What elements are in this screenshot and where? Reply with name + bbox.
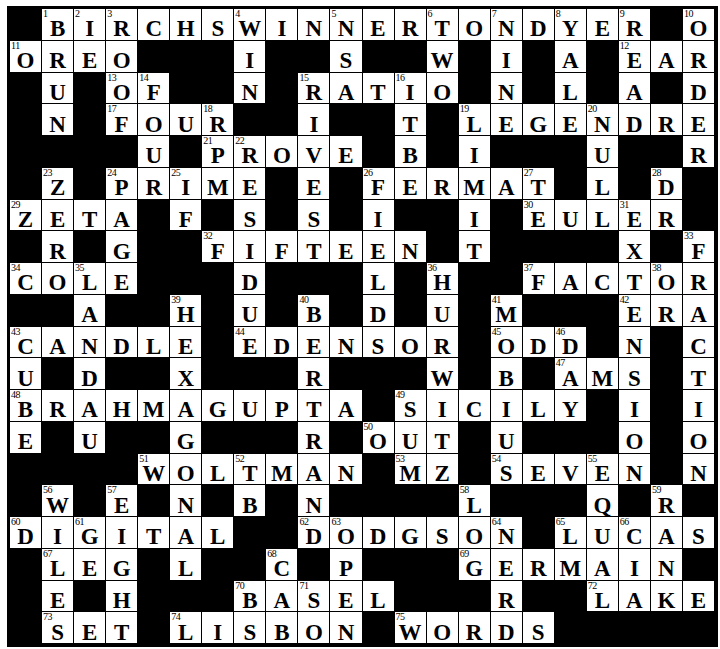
cell-r11c4[interactable]: D bbox=[106, 327, 138, 359]
cell-r7c19[interactable]: L bbox=[587, 200, 619, 232]
cell-r9c20[interactable]: T bbox=[619, 263, 651, 295]
cell-r17c5[interactable]: T bbox=[138, 517, 170, 549]
cell-r12c19[interactable]: M bbox=[587, 358, 619, 390]
cell-r18c18[interactable]: M bbox=[555, 549, 587, 581]
cell-r6c6[interactable]: 25I bbox=[170, 168, 202, 200]
cell-r6c16[interactable]: A bbox=[491, 168, 523, 200]
cell-r6c2[interactable]: 23Z bbox=[42, 168, 74, 200]
cell-r18c16[interactable]: E bbox=[491, 549, 523, 581]
cell-r5c11[interactable]: E bbox=[330, 136, 362, 168]
cell-r9c2[interactable]: O bbox=[42, 263, 74, 295]
cell-r19c8[interactable]: 70B bbox=[234, 581, 266, 613]
cell-r16c6[interactable]: N bbox=[170, 485, 202, 517]
cell-r18c20[interactable]: I bbox=[619, 549, 651, 581]
cell-r15c22[interactable]: N bbox=[683, 454, 715, 486]
cell-r11c13[interactable]: O bbox=[395, 327, 427, 359]
cell-r13c20[interactable]: I bbox=[619, 390, 651, 422]
cell-r15c10[interactable]: A bbox=[298, 454, 330, 486]
cell-r13c4[interactable]: H bbox=[106, 390, 138, 422]
cell-r18c19[interactable]: A bbox=[587, 549, 619, 581]
cell-r11c16[interactable]: 45O bbox=[491, 327, 523, 359]
cell-r2c16[interactable]: I bbox=[491, 41, 523, 73]
cell-r17c13[interactable]: G bbox=[395, 517, 427, 549]
cell-r10c21[interactable]: R bbox=[651, 295, 683, 327]
cell-r10c6[interactable]: 39H bbox=[170, 295, 202, 327]
cell-r4c10[interactable]: I bbox=[298, 104, 330, 136]
cell-r16c21[interactable]: 59R bbox=[651, 485, 683, 517]
cell-letter: C bbox=[683, 334, 714, 359]
cell-letter: E bbox=[298, 334, 329, 359]
cell-r20c4[interactable]: T bbox=[106, 612, 138, 644]
cell-r1c20[interactable]: 9R bbox=[619, 9, 651, 41]
cell-letter: A bbox=[74, 397, 105, 422]
cell-r6c17[interactable]: 27T bbox=[523, 168, 555, 200]
cell-r1c17[interactable]: D bbox=[523, 9, 555, 41]
cell-r20c9[interactable]: B bbox=[266, 612, 298, 644]
block-cell-r20c12 bbox=[363, 612, 395, 644]
cell-r3c4[interactable]: 13O bbox=[106, 73, 138, 105]
cell-letter: S bbox=[330, 48, 361, 73]
cell-r7c12[interactable]: I bbox=[363, 200, 395, 232]
cell-r14c22[interactable]: O bbox=[683, 422, 715, 454]
cell-r12c18[interactable]: 47A bbox=[555, 358, 587, 390]
cell-r2c14[interactable]: W bbox=[427, 41, 459, 73]
cell-r3c16[interactable]: N bbox=[491, 73, 523, 105]
cell-r4c21[interactable]: R bbox=[651, 104, 683, 136]
cell-r7c2[interactable]: E bbox=[42, 200, 74, 232]
cell-r5c19[interactable]: U bbox=[587, 136, 619, 168]
cell-letter: L bbox=[170, 556, 201, 581]
cell-r13c9[interactable]: P bbox=[266, 390, 298, 422]
cell-r10c14[interactable]: U bbox=[427, 295, 459, 327]
cell-r8c10[interactable]: T bbox=[298, 231, 330, 263]
cell-r12c14[interactable]: W bbox=[427, 358, 459, 390]
cell-r7c8[interactable]: S bbox=[234, 200, 266, 232]
cell-r13c10[interactable]: T bbox=[298, 390, 330, 422]
cell-r12c20[interactable]: S bbox=[619, 358, 651, 390]
cell-r6c19[interactable]: L bbox=[587, 168, 619, 200]
cell-letter: T bbox=[363, 80, 394, 105]
cell-r18c2[interactable]: 67L bbox=[42, 549, 74, 581]
cell-letter: D bbox=[619, 112, 650, 137]
cell-r1c10[interactable]: N bbox=[298, 9, 330, 41]
cell-r17c2[interactable]: I bbox=[42, 517, 74, 549]
cell-r9c12[interactable]: L bbox=[363, 263, 395, 295]
cell-r3c20[interactable]: A bbox=[619, 73, 651, 105]
cell-r4c2[interactable]: N bbox=[42, 104, 74, 136]
cell-r12c6[interactable]: X bbox=[170, 358, 202, 390]
cell-r8c15[interactable]: T bbox=[459, 231, 491, 263]
cell-r17c21[interactable]: A bbox=[651, 517, 683, 549]
cell-r1c5[interactable]: C bbox=[138, 9, 170, 41]
cell-r19c11[interactable]: E bbox=[330, 581, 362, 613]
cell-r1c2[interactable]: 1B bbox=[42, 9, 74, 41]
cell-r11c20[interactable]: N bbox=[619, 327, 651, 359]
cell-r6c4[interactable]: 24P bbox=[106, 168, 138, 200]
cell-r9c8[interactable]: D bbox=[234, 263, 266, 295]
cell-r2c2[interactable]: R bbox=[42, 41, 74, 73]
cell-r5c10[interactable]: V bbox=[298, 136, 330, 168]
cell-letter: G bbox=[459, 556, 490, 581]
cell-r1c14[interactable]: 6T bbox=[427, 9, 459, 41]
cell-r14c20[interactable]: O bbox=[619, 422, 651, 454]
cell-r11c12[interactable]: S bbox=[363, 327, 395, 359]
cell-r6c8[interactable]: E bbox=[234, 168, 266, 200]
cell-r10c20[interactable]: 42E bbox=[619, 295, 651, 327]
cell-r19c2[interactable]: E bbox=[42, 581, 74, 613]
cell-r4c17[interactable]: G bbox=[523, 104, 555, 136]
cell-r18c17[interactable]: R bbox=[523, 549, 555, 581]
cell-letter: D bbox=[106, 334, 137, 359]
cell-r1c18[interactable]: 8Y bbox=[555, 9, 587, 41]
cell-r13c22[interactable]: I bbox=[683, 390, 715, 422]
cell-r9c14[interactable]: 36H bbox=[427, 263, 459, 295]
cell-r13c6[interactable]: A bbox=[170, 390, 202, 422]
cell-r7c21[interactable]: R bbox=[651, 200, 683, 232]
cell-r11c18[interactable]: 46D bbox=[555, 327, 587, 359]
cell-r2c8[interactable]: I bbox=[234, 41, 266, 73]
cell-r19c12[interactable]: L bbox=[363, 581, 395, 613]
cell-r5c8[interactable]: 22R bbox=[234, 136, 266, 168]
cell-r11c3[interactable]: N bbox=[74, 327, 106, 359]
cell-r11c17[interactable]: D bbox=[523, 327, 555, 359]
cell-r8c11[interactable]: E bbox=[330, 231, 362, 263]
cell-r5c5[interactable]: U bbox=[138, 136, 170, 168]
cell-r4c7[interactable]: 18R bbox=[202, 104, 234, 136]
cell-r10c10[interactable]: 40B bbox=[298, 295, 330, 327]
cell-letter: D bbox=[266, 334, 297, 359]
cell-r14c3[interactable]: U bbox=[74, 422, 106, 454]
cell-r1c7[interactable]: S bbox=[202, 9, 234, 41]
cell-r19c22[interactable]: E bbox=[683, 581, 715, 613]
cell-r6c13[interactable]: E bbox=[395, 168, 427, 200]
cell-r18c4[interactable]: G bbox=[106, 549, 138, 581]
cell-r19c21[interactable]: K bbox=[651, 581, 683, 613]
cell-r19c16[interactable]: R bbox=[491, 581, 523, 613]
cell-r10c8[interactable]: U bbox=[234, 295, 266, 327]
cell-letter: R bbox=[651, 493, 682, 518]
block-cell-r12c2 bbox=[42, 358, 74, 390]
cell-r9c4[interactable]: E bbox=[106, 263, 138, 295]
cell-r19c10[interactable]: 71S bbox=[298, 581, 330, 613]
cell-r17c14[interactable]: S bbox=[427, 517, 459, 549]
cell-r20c3[interactable]: E bbox=[74, 612, 106, 644]
cell-r3c18[interactable]: L bbox=[555, 73, 587, 105]
cell-r14c6[interactable]: G bbox=[170, 422, 202, 454]
cell-r1c15[interactable]: O bbox=[459, 9, 491, 41]
cell-r17c3[interactable]: 61G bbox=[74, 517, 106, 549]
cell-r3c12[interactable]: T bbox=[363, 73, 395, 105]
cell-r17c11[interactable]: 63O bbox=[330, 517, 362, 549]
cell-r8c12[interactable]: E bbox=[363, 231, 395, 263]
cell-r7c20[interactable]: 31E bbox=[619, 200, 651, 232]
cell-r11c2[interactable]: A bbox=[42, 327, 74, 359]
cell-r20c13[interactable]: 75W bbox=[395, 612, 427, 644]
cell-r8c2[interactable]: R bbox=[42, 231, 74, 263]
cell-r9c17[interactable]: 37F bbox=[523, 263, 555, 295]
cell-r15c13[interactable]: 53M bbox=[395, 454, 427, 486]
cell-r3c10[interactable]: 15R bbox=[298, 73, 330, 105]
cell-r8c20[interactable]: X bbox=[619, 231, 651, 263]
cell-r2c22[interactable]: R bbox=[683, 41, 715, 73]
cell-r13c2[interactable]: R bbox=[42, 390, 74, 422]
cell-r11c10[interactable]: E bbox=[298, 327, 330, 359]
cell-r5c15[interactable]: I bbox=[459, 136, 491, 168]
cell-r7c15[interactable]: I bbox=[459, 200, 491, 232]
cell-r15c5[interactable]: 51W bbox=[138, 454, 170, 486]
cell-r2c1[interactable]: 11O bbox=[10, 41, 42, 73]
cell-r4c4[interactable]: 17F bbox=[106, 104, 138, 136]
cell-r9c18[interactable]: A bbox=[555, 263, 587, 295]
cell-r17c19[interactable]: U bbox=[587, 517, 619, 549]
cell-r13c1[interactable]: 48B bbox=[10, 390, 42, 422]
cell-r11c9[interactable]: D bbox=[266, 327, 298, 359]
cell-r16c8[interactable]: B bbox=[234, 485, 266, 517]
cell-r18c6[interactable]: L bbox=[170, 549, 202, 581]
cell-r20c14[interactable]: O bbox=[427, 612, 459, 644]
cell-r3c22[interactable]: D bbox=[683, 73, 715, 105]
cell-r4c18[interactable]: E bbox=[555, 104, 587, 136]
cell-r8c22[interactable]: 33F bbox=[683, 231, 715, 263]
cell-r3c14[interactable]: O bbox=[427, 73, 459, 105]
cell-r14c14[interactable]: T bbox=[427, 422, 459, 454]
cell-r8c7[interactable]: 32F bbox=[202, 231, 234, 263]
cell-r15c11[interactable]: N bbox=[330, 454, 362, 486]
block-cell-r4c9 bbox=[266, 104, 298, 136]
cell-r13c7[interactable]: G bbox=[202, 390, 234, 422]
cell-r17c20[interactable]: 66C bbox=[619, 517, 651, 549]
cell-r15c20[interactable]: N bbox=[619, 454, 651, 486]
cell-r13c18[interactable]: Y bbox=[555, 390, 587, 422]
cell-r10c16[interactable]: 41M bbox=[491, 295, 523, 327]
cell-r20c7[interactable]: I bbox=[202, 612, 234, 644]
cell-r1c3[interactable]: 2I bbox=[74, 9, 106, 41]
cell-r20c8[interactable]: S bbox=[234, 612, 266, 644]
cell-r17c16[interactable]: 64N bbox=[491, 517, 523, 549]
cell-r20c17[interactable]: S bbox=[523, 612, 555, 644]
cell-letter: R bbox=[427, 175, 458, 200]
cell-r6c7[interactable]: M bbox=[202, 168, 234, 200]
cell-r14c13[interactable]: U bbox=[395, 422, 427, 454]
cell-r6c14[interactable]: R bbox=[427, 168, 459, 200]
cell-r16c2[interactable]: 56W bbox=[42, 485, 74, 517]
cell-r17c6[interactable]: A bbox=[170, 517, 202, 549]
cell-r1c8[interactable]: 4W bbox=[234, 9, 266, 41]
cell-r9c22[interactable]: R bbox=[683, 263, 715, 295]
cell-r7c18[interactable]: U bbox=[555, 200, 587, 232]
cell-r7c3[interactable]: T bbox=[74, 200, 106, 232]
cell-r5c9[interactable]: O bbox=[266, 136, 298, 168]
cell-r12c10[interactable]: R bbox=[298, 358, 330, 390]
cell-r7c10[interactable]: S bbox=[298, 200, 330, 232]
cell-r4c19[interactable]: 20N bbox=[587, 104, 619, 136]
cell-r18c21[interactable]: N bbox=[651, 549, 683, 581]
cell-r6c15[interactable]: M bbox=[459, 168, 491, 200]
cell-r20c11[interactable]: N bbox=[330, 612, 362, 644]
cell-r2c4[interactable]: O bbox=[106, 41, 138, 73]
cell-r8c4[interactable]: G bbox=[106, 231, 138, 263]
cell-r16c10[interactable]: N bbox=[298, 485, 330, 517]
cell-letter: E bbox=[363, 16, 394, 41]
cell-r4c22[interactable]: E bbox=[683, 104, 715, 136]
cell-letter: R bbox=[683, 270, 714, 295]
cell-letter: U bbox=[491, 429, 522, 454]
cell-r13c14[interactable]: I bbox=[427, 390, 459, 422]
cell-r3c11[interactable]: A bbox=[330, 73, 362, 105]
cell-r9c3[interactable]: 35L bbox=[74, 263, 106, 295]
cell-r11c1[interactable]: 43C bbox=[10, 327, 42, 359]
cell-r13c16[interactable]: I bbox=[491, 390, 523, 422]
block-cell-r20c21 bbox=[651, 612, 683, 644]
cell-r8c9[interactable]: F bbox=[266, 231, 298, 263]
cell-r1c4[interactable]: 3R bbox=[106, 9, 138, 41]
cell-r20c10[interactable]: O bbox=[298, 612, 330, 644]
cell-r9c1[interactable]: 34C bbox=[10, 263, 42, 295]
cell-r12c1[interactable]: U bbox=[10, 358, 42, 390]
cell-r18c9[interactable]: 68C bbox=[266, 549, 298, 581]
cell-r4c6[interactable]: U bbox=[170, 104, 202, 136]
cell-r1c12[interactable]: E bbox=[363, 9, 395, 41]
cell-r14c1[interactable]: E bbox=[10, 422, 42, 454]
cell-r7c1[interactable]: 29Z bbox=[10, 200, 42, 232]
cell-r7c17[interactable]: 30E bbox=[523, 200, 555, 232]
cell-r17c1[interactable]: 60D bbox=[10, 517, 42, 549]
cell-r1c22[interactable]: 10O bbox=[683, 9, 715, 41]
cell-r6c10[interactable]: E bbox=[298, 168, 330, 200]
cell-r2c21[interactable]: A bbox=[651, 41, 683, 73]
cell-r3c5[interactable]: 14F bbox=[138, 73, 170, 105]
cell-r17c15[interactable]: O bbox=[459, 517, 491, 549]
cell-r13c15[interactable]: C bbox=[459, 390, 491, 422]
cell-letter: Q bbox=[587, 493, 618, 518]
cell-r7c4[interactable]: A bbox=[106, 200, 138, 232]
cell-r13c8[interactable]: U bbox=[234, 390, 266, 422]
cell-r11c5[interactable]: L bbox=[138, 327, 170, 359]
cell-r19c9[interactable]: A bbox=[266, 581, 298, 613]
cell-r3c13[interactable]: 16I bbox=[395, 73, 427, 105]
cell-r20c16[interactable]: D bbox=[491, 612, 523, 644]
cell-r8c13[interactable]: N bbox=[395, 231, 427, 263]
cell-r8c8[interactable]: I bbox=[234, 231, 266, 263]
cell-r20c2[interactable]: 73S bbox=[42, 612, 74, 644]
block-cell-r11c15 bbox=[459, 327, 491, 359]
cell-r20c15[interactable]: R bbox=[459, 612, 491, 644]
cell-r5c22[interactable]: R bbox=[683, 136, 715, 168]
cell-r12c22[interactable]: T bbox=[683, 358, 715, 390]
cell-r19c4[interactable]: H bbox=[106, 581, 138, 613]
cell-r4c16[interactable]: E bbox=[491, 104, 523, 136]
cell-r9c21[interactable]: 38O bbox=[651, 263, 683, 295]
cell-letter: R bbox=[42, 239, 73, 264]
cell-r1c6[interactable]: H bbox=[170, 9, 202, 41]
cell-r11c6[interactable]: E bbox=[170, 327, 202, 359]
cell-r1c9[interactable]: I bbox=[266, 9, 298, 41]
cell-r7c6[interactable]: F bbox=[170, 200, 202, 232]
cell-r2c11[interactable]: S bbox=[330, 41, 362, 73]
cell-letter: E bbox=[170, 334, 201, 359]
cell-r12c3[interactable]: D bbox=[74, 358, 106, 390]
cell-r17c7[interactable]: L bbox=[202, 517, 234, 549]
cell-letter: I bbox=[42, 524, 73, 549]
cell-r6c5[interactable]: R bbox=[138, 168, 170, 200]
cell-r2c3[interactable]: E bbox=[74, 41, 106, 73]
cell-r15c7[interactable]: L bbox=[202, 454, 234, 486]
block-cell-r10c18 bbox=[555, 295, 587, 327]
cell-r1c19[interactable]: E bbox=[587, 9, 619, 41]
cell-r15c17[interactable]: E bbox=[523, 454, 555, 486]
cell-r17c22[interactable]: S bbox=[683, 517, 715, 549]
cell-r15c14[interactable]: Z bbox=[427, 454, 459, 486]
cell-r15c6[interactable]: O bbox=[170, 454, 202, 486]
cell-r17c10[interactable]: 62D bbox=[298, 517, 330, 549]
cell-r4c5[interactable]: O bbox=[138, 104, 170, 136]
cell-r15c9[interactable]: M bbox=[266, 454, 298, 486]
cell-r10c22[interactable]: A bbox=[683, 295, 715, 327]
cell-r20c6[interactable]: 74L bbox=[170, 612, 202, 644]
cell-r1c11[interactable]: 5N bbox=[330, 9, 362, 41]
cell-r13c17[interactable]: L bbox=[523, 390, 555, 422]
cell-r16c19[interactable]: Q bbox=[587, 485, 619, 517]
cell-r10c12[interactable]: D bbox=[363, 295, 395, 327]
cell-r10c3[interactable]: A bbox=[74, 295, 106, 327]
cell-r3c2[interactable]: U bbox=[42, 73, 74, 105]
cell-r17c4[interactable]: I bbox=[106, 517, 138, 549]
cell-r16c4[interactable]: 57E bbox=[106, 485, 138, 517]
cell-r2c18[interactable]: A bbox=[555, 41, 587, 73]
cell-r1c13[interactable]: R bbox=[395, 9, 427, 41]
cell-r14c10[interactable]: R bbox=[298, 422, 330, 454]
cell-r5c13[interactable]: B bbox=[395, 136, 427, 168]
cell-r1c16[interactable]: 7N bbox=[491, 9, 523, 41]
cell-r16c15[interactable]: 58L bbox=[459, 485, 491, 517]
cell-r19c19[interactable]: 72L bbox=[587, 581, 619, 613]
cell-r19c20[interactable]: A bbox=[619, 581, 651, 613]
cell-r17c12[interactable]: D bbox=[363, 517, 395, 549]
cell-letter: I bbox=[459, 207, 490, 232]
cell-r13c13[interactable]: 49S bbox=[395, 390, 427, 422]
cell-letter: A bbox=[106, 207, 137, 232]
cell-r18c15[interactable]: 69G bbox=[459, 549, 491, 581]
cell-r4c13[interactable]: T bbox=[395, 104, 427, 136]
cell-r6c12[interactable]: 26F bbox=[363, 168, 395, 200]
cell-r6c21[interactable]: 28D bbox=[651, 168, 683, 200]
cell-r11c22[interactable]: C bbox=[683, 327, 715, 359]
cell-r15c8[interactable]: 52T bbox=[234, 454, 266, 486]
block-cell-r15c21 bbox=[651, 454, 683, 486]
cell-r17c18[interactable]: 65L bbox=[555, 517, 587, 549]
cell-r3c8[interactable]: N bbox=[234, 73, 266, 105]
cell-r15c16[interactable]: 54S bbox=[491, 454, 523, 486]
cell-r14c12[interactable]: 50O bbox=[363, 422, 395, 454]
cell-r9c19[interactable]: C bbox=[587, 263, 619, 295]
cell-r12c16[interactable]: B bbox=[491, 358, 523, 390]
cell-r4c20[interactable]: D bbox=[619, 104, 651, 136]
cell-r5c7[interactable]: 21P bbox=[202, 136, 234, 168]
cell-r15c19[interactable]: 55E bbox=[587, 454, 619, 486]
cell-r13c11[interactable]: A bbox=[330, 390, 362, 422]
cell-r14c16[interactable]: U bbox=[491, 422, 523, 454]
cell-r11c11[interactable]: N bbox=[330, 327, 362, 359]
cell-r4c15[interactable]: 19L bbox=[459, 104, 491, 136]
cell-r11c8[interactable]: 44E bbox=[234, 327, 266, 359]
cell-r18c11[interactable]: P bbox=[330, 549, 362, 581]
cell-r11c14[interactable]: R bbox=[427, 327, 459, 359]
cell-r2c20[interactable]: 12E bbox=[619, 41, 651, 73]
cell-r13c5[interactable]: M bbox=[138, 390, 170, 422]
cell-r18c3[interactable]: E bbox=[74, 549, 106, 581]
cell-r15c18[interactable]: V bbox=[555, 454, 587, 486]
cell-r13c3[interactable]: A bbox=[74, 390, 106, 422]
